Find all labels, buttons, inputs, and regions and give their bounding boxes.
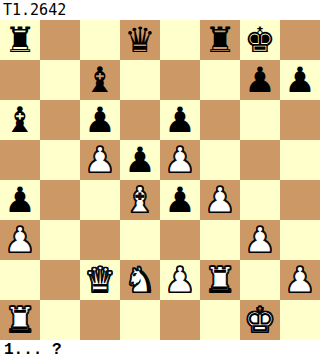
black-pawn-piece: ♟ (164, 100, 195, 140)
square-d5[interactable]: ♟ (120, 140, 160, 180)
square-f3[interactable] (200, 220, 240, 260)
square-c7[interactable]: ♝ (80, 60, 120, 100)
white-pawn-piece: ♟ (204, 180, 235, 220)
square-a6[interactable]: ♝ (0, 100, 40, 140)
white-pawn-piece: ♟ (164, 140, 195, 180)
white-queen-piece: ♛ (84, 260, 115, 300)
square-c5[interactable]: ♟ (80, 140, 120, 180)
square-c8[interactable] (80, 20, 120, 60)
square-d3[interactable] (120, 220, 160, 260)
white-pawn-piece: ♟ (164, 260, 195, 300)
black-pawn-piece: ♟ (124, 140, 155, 180)
square-c4[interactable] (80, 180, 120, 220)
chess-board: ♜♛♜♚♝♟♟♝♟♟♟♟♟♟♝♟♟♟♟♛♞♟♜♟♜♚ (0, 20, 320, 340)
square-a7[interactable] (0, 60, 40, 100)
square-h7[interactable]: ♟ (280, 60, 320, 100)
black-pawn-piece: ♟ (4, 180, 35, 220)
black-pawn-piece: ♟ (244, 60, 275, 100)
puzzle-title: T1.2642 (0, 0, 320, 20)
square-h1[interactable] (280, 300, 320, 340)
square-b3[interactable] (40, 220, 80, 260)
square-a4[interactable]: ♟ (0, 180, 40, 220)
square-g8[interactable]: ♚ (240, 20, 280, 60)
white-pawn-piece: ♟ (244, 220, 275, 260)
white-bishop-piece: ♝ (124, 180, 155, 220)
square-c6[interactable]: ♟ (80, 100, 120, 140)
black-bishop-piece: ♝ (84, 60, 115, 100)
square-e2[interactable]: ♟ (160, 260, 200, 300)
white-king-piece: ♚ (244, 300, 275, 340)
square-d7[interactable] (120, 60, 160, 100)
square-b6[interactable] (40, 100, 80, 140)
black-king-piece: ♚ (244, 20, 275, 60)
square-e5[interactable]: ♟ (160, 140, 200, 180)
white-pawn-piece: ♟ (284, 260, 315, 300)
white-rook-piece: ♜ (4, 300, 35, 340)
white-knight-piece: ♞ (124, 260, 155, 300)
black-pawn-piece: ♟ (284, 60, 315, 100)
square-f7[interactable] (200, 60, 240, 100)
square-h3[interactable] (280, 220, 320, 260)
square-b2[interactable] (40, 260, 80, 300)
square-h4[interactable] (280, 180, 320, 220)
square-f1[interactable] (200, 300, 240, 340)
square-b5[interactable] (40, 140, 80, 180)
black-rook-piece: ♜ (204, 20, 235, 60)
black-rook-piece: ♜ (4, 20, 35, 60)
square-d2[interactable]: ♞ (120, 260, 160, 300)
white-pawn-piece: ♟ (84, 140, 115, 180)
move-prompt: 1... ? (0, 340, 320, 360)
square-h5[interactable] (280, 140, 320, 180)
white-pawn-piece: ♟ (4, 220, 35, 260)
square-h8[interactable] (280, 20, 320, 60)
square-b7[interactable] (40, 60, 80, 100)
square-b4[interactable] (40, 180, 80, 220)
square-e6[interactable]: ♟ (160, 100, 200, 140)
square-f8[interactable]: ♜ (200, 20, 240, 60)
square-e4[interactable]: ♟ (160, 180, 200, 220)
square-g4[interactable] (240, 180, 280, 220)
square-e3[interactable] (160, 220, 200, 260)
black-bishop-piece: ♝ (4, 100, 35, 140)
square-f2[interactable]: ♜ (200, 260, 240, 300)
square-a3[interactable]: ♟ (0, 220, 40, 260)
square-b8[interactable] (40, 20, 80, 60)
square-c3[interactable] (80, 220, 120, 260)
square-c2[interactable]: ♛ (80, 260, 120, 300)
square-a5[interactable] (0, 140, 40, 180)
black-pawn-piece: ♟ (84, 100, 115, 140)
square-h2[interactable]: ♟ (280, 260, 320, 300)
square-e1[interactable] (160, 300, 200, 340)
square-g2[interactable] (240, 260, 280, 300)
square-a8[interactable]: ♜ (0, 20, 40, 60)
square-f4[interactable]: ♟ (200, 180, 240, 220)
square-d8[interactable]: ♛ (120, 20, 160, 60)
square-g5[interactable] (240, 140, 280, 180)
square-e8[interactable] (160, 20, 200, 60)
square-c1[interactable] (80, 300, 120, 340)
square-g1[interactable]: ♚ (240, 300, 280, 340)
square-e7[interactable] (160, 60, 200, 100)
square-h6[interactable] (280, 100, 320, 140)
square-g3[interactable]: ♟ (240, 220, 280, 260)
square-d6[interactable] (120, 100, 160, 140)
square-g7[interactable]: ♟ (240, 60, 280, 100)
square-f5[interactable] (200, 140, 240, 180)
square-g6[interactable] (240, 100, 280, 140)
black-queen-piece: ♛ (124, 20, 155, 60)
square-f6[interactable] (200, 100, 240, 140)
square-a1[interactable]: ♜ (0, 300, 40, 340)
square-d4[interactable]: ♝ (120, 180, 160, 220)
square-a2[interactable] (0, 260, 40, 300)
black-pawn-piece: ♟ (164, 180, 195, 220)
square-b1[interactable] (40, 300, 80, 340)
white-rook-piece: ♜ (204, 260, 235, 300)
square-d1[interactable] (120, 300, 160, 340)
